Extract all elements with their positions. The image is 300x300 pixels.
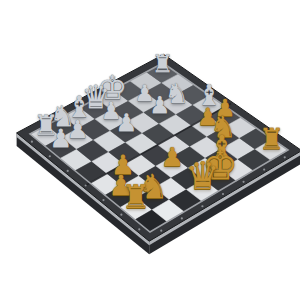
magnet-dot bbox=[242, 181, 244, 183]
board-squares bbox=[30, 63, 288, 232]
magnet-dot bbox=[160, 230, 162, 232]
magnet-dot bbox=[31, 141, 33, 143]
magnet-dot bbox=[284, 156, 286, 158]
magnet-dot bbox=[201, 205, 203, 207]
magnet-dot bbox=[181, 217, 183, 219]
chess-set-photo: ♜♚♟♞♝♛♟♟♝♟♟♞♟♜♞♟♟♜♝♟♟♚♛♟♞♜ bbox=[0, 0, 300, 300]
magnet-dot bbox=[49, 155, 51, 157]
chess-board bbox=[0, 0, 300, 300]
magnet-dot bbox=[84, 184, 86, 186]
magnet-dot bbox=[67, 170, 69, 172]
magnet-dot bbox=[102, 199, 104, 201]
magnet-dot bbox=[222, 193, 224, 195]
magnet-dot bbox=[138, 228, 140, 230]
magnet-dot bbox=[263, 168, 265, 170]
magnet-dot bbox=[120, 214, 122, 216]
